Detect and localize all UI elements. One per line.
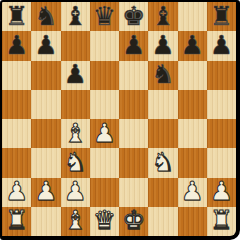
square-e1[interactable]: ♚	[119, 207, 148, 236]
piece-black-knight: ♞	[34, 3, 57, 29]
square-b4[interactable]	[31, 119, 60, 148]
chess-board: ♜♞♝♛♚♝♜♟♟♟♟♟♟♟♞♝♟♞♞♟♟♟♟♟♜♝♛♚♜	[2, 2, 236, 236]
square-g1[interactable]	[178, 207, 207, 236]
piece-white-pawn: ♟	[93, 120, 116, 146]
piece-white-queen: ♛	[93, 207, 116, 233]
chess-board-frame: ♜♞♝♛♚♝♜♟♟♟♟♟♟♟♞♝♟♞♞♟♟♟♟♟♜♝♛♚♜	[0, 0, 240, 240]
square-a3[interactable]	[2, 148, 31, 177]
piece-black-bishop: ♝	[151, 3, 174, 29]
square-e8[interactable]: ♚	[119, 2, 148, 31]
piece-black-pawn: ♟	[151, 32, 174, 58]
square-f8[interactable]: ♝	[148, 2, 177, 31]
piece-black-rook: ♜	[5, 3, 28, 29]
square-b2[interactable]: ♟	[31, 178, 60, 207]
square-d1[interactable]: ♛	[90, 207, 119, 236]
square-b8[interactable]: ♞	[31, 2, 60, 31]
square-f2[interactable]	[148, 178, 177, 207]
square-d2[interactable]	[90, 178, 119, 207]
square-b1[interactable]	[31, 207, 60, 236]
square-e2[interactable]	[119, 178, 148, 207]
piece-black-knight: ♞	[151, 61, 174, 87]
square-e5[interactable]	[119, 90, 148, 119]
square-h1[interactable]: ♜	[207, 207, 236, 236]
square-d6[interactable]	[90, 61, 119, 90]
square-h2[interactable]: ♟	[207, 178, 236, 207]
square-c1[interactable]: ♝	[61, 207, 90, 236]
square-f5[interactable]	[148, 90, 177, 119]
square-h5[interactable]	[207, 90, 236, 119]
piece-white-pawn: ♟	[210, 178, 233, 204]
square-d4[interactable]: ♟	[90, 119, 119, 148]
square-f7[interactable]: ♟	[148, 31, 177, 60]
square-f1[interactable]	[148, 207, 177, 236]
square-g6[interactable]	[178, 61, 207, 90]
square-d8[interactable]: ♛	[90, 2, 119, 31]
piece-black-king: ♚	[122, 3, 145, 29]
square-g4[interactable]	[178, 119, 207, 148]
square-b6[interactable]	[31, 61, 60, 90]
piece-white-rook: ♜	[5, 207, 28, 233]
square-h6[interactable]	[207, 61, 236, 90]
square-a7[interactable]: ♟	[2, 31, 31, 60]
piece-black-pawn: ♟	[180, 32, 203, 58]
piece-white-pawn: ♟	[180, 178, 203, 204]
square-c4[interactable]: ♝	[61, 119, 90, 148]
square-g8[interactable]	[178, 2, 207, 31]
piece-white-knight: ♞	[63, 149, 86, 175]
square-h7[interactable]: ♟	[207, 31, 236, 60]
piece-white-pawn: ♟	[34, 178, 57, 204]
square-d5[interactable]	[90, 90, 119, 119]
square-c6[interactable]: ♟	[61, 61, 90, 90]
piece-black-pawn: ♟	[5, 32, 28, 58]
square-h4[interactable]	[207, 119, 236, 148]
square-d7[interactable]	[90, 31, 119, 60]
square-h3[interactable]	[207, 148, 236, 177]
square-c8[interactable]: ♝	[61, 2, 90, 31]
piece-black-rook: ♜	[210, 3, 233, 29]
piece-white-king: ♚	[122, 207, 145, 233]
piece-white-pawn: ♟	[5, 178, 28, 204]
square-a6[interactable]	[2, 61, 31, 90]
square-b5[interactable]	[31, 90, 60, 119]
piece-white-rook: ♜	[210, 207, 233, 233]
square-c3[interactable]: ♞	[61, 148, 90, 177]
piece-black-pawn: ♟	[210, 32, 233, 58]
piece-black-pawn: ♟	[34, 32, 57, 58]
square-c7[interactable]	[61, 31, 90, 60]
square-e3[interactable]	[119, 148, 148, 177]
square-b3[interactable]	[31, 148, 60, 177]
square-f6[interactable]: ♞	[148, 61, 177, 90]
piece-white-bishop: ♝	[63, 207, 86, 233]
square-g2[interactable]: ♟	[178, 178, 207, 207]
square-e7[interactable]: ♟	[119, 31, 148, 60]
square-h8[interactable]: ♜	[207, 2, 236, 31]
square-a5[interactable]	[2, 90, 31, 119]
square-e6[interactable]	[119, 61, 148, 90]
square-f4[interactable]	[148, 119, 177, 148]
piece-white-bishop: ♝	[63, 120, 86, 146]
square-d3[interactable]	[90, 148, 119, 177]
square-a1[interactable]: ♜	[2, 207, 31, 236]
square-e4[interactable]	[119, 119, 148, 148]
piece-black-pawn: ♟	[63, 61, 86, 87]
square-a4[interactable]	[2, 119, 31, 148]
square-g5[interactable]	[178, 90, 207, 119]
square-c5[interactable]	[61, 90, 90, 119]
piece-white-knight: ♞	[151, 149, 174, 175]
piece-black-queen: ♛	[93, 3, 116, 29]
square-b7[interactable]: ♟	[31, 31, 60, 60]
square-f3[interactable]: ♞	[148, 148, 177, 177]
square-g3[interactable]	[178, 148, 207, 177]
piece-white-pawn: ♟	[63, 178, 86, 204]
square-a8[interactable]: ♜	[2, 2, 31, 31]
piece-black-bishop: ♝	[63, 3, 86, 29]
square-g7[interactable]: ♟	[178, 31, 207, 60]
square-a2[interactable]: ♟	[2, 178, 31, 207]
square-c2[interactable]: ♟	[61, 178, 90, 207]
piece-black-pawn: ♟	[122, 32, 145, 58]
